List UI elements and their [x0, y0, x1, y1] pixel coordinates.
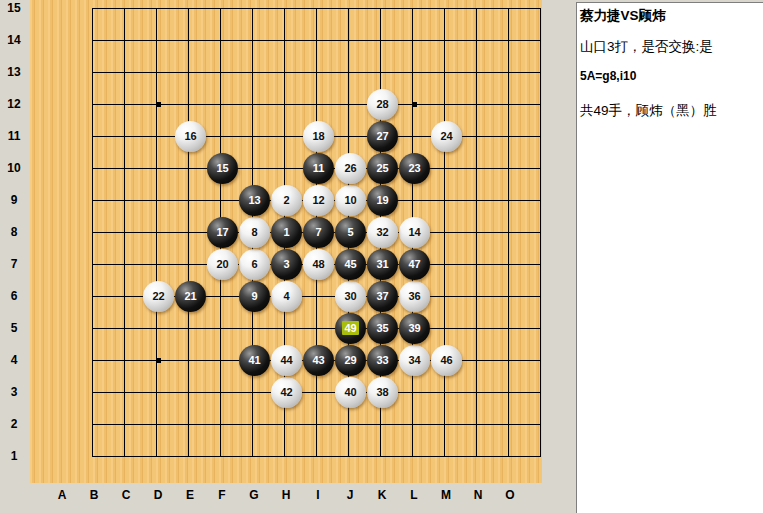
stone-25-k10: 25	[367, 153, 398, 184]
stone-number: 45	[344, 249, 356, 280]
row-label-14: 14	[0, 33, 28, 48]
row-label-15: 15	[0, 1, 28, 16]
star-point-d4	[156, 358, 161, 363]
row-label-6: 6	[0, 289, 28, 304]
stone-number: 5	[347, 217, 353, 248]
game-result: 共49手，顾炜（黑）胜	[580, 102, 761, 119]
opening-swap-info: 山口3打，是否交换:是	[580, 38, 761, 55]
stone-22-d6: 22	[143, 281, 174, 312]
stone-number: 4	[283, 281, 289, 312]
stone-17-f8: 17	[207, 217, 238, 248]
row-label-3: 3	[0, 385, 28, 400]
col-label-n: N	[467, 488, 489, 503]
col-label-m: M	[435, 488, 457, 503]
stone-28-k12: 28	[367, 89, 398, 120]
stone-7-i8: 7	[303, 217, 334, 248]
row-label-1: 1	[0, 449, 28, 464]
fifth-move-alternatives: 5A=g8,i10	[580, 68, 761, 85]
stone-40-j3: 40	[335, 377, 366, 408]
stone-number: 49	[342, 321, 358, 335]
row-label-13: 13	[0, 65, 28, 80]
row-label-7: 7	[0, 257, 28, 272]
row-label-10: 10	[0, 161, 28, 176]
stone-number: 31	[376, 249, 388, 280]
players-title: 蔡力捷VS顾炜	[580, 7, 761, 24]
stone-8-g8: 8	[239, 217, 270, 248]
stone-number: 1	[283, 217, 289, 248]
stone-36-l6: 36	[399, 281, 430, 312]
stone-number: 42	[280, 377, 292, 408]
star-point-l12	[412, 102, 417, 107]
col-label-l: L	[403, 488, 425, 503]
stone-number: 11	[313, 153, 325, 184]
stone-number: 20	[216, 249, 228, 280]
stone-number: 13	[248, 185, 260, 216]
stone-12-i9: 12	[303, 185, 334, 216]
stone-43-i4: 43	[303, 345, 334, 376]
stone-number: 37	[376, 281, 388, 312]
stone-number: 27	[376, 121, 388, 152]
stone-number: 9	[251, 281, 257, 312]
row-label-12: 12	[0, 97, 28, 112]
stone-14-l8: 14	[399, 217, 430, 248]
stone-number: 44	[280, 345, 292, 376]
stone-29-j4: 29	[335, 345, 366, 376]
stone-21-e6: 21	[175, 281, 206, 312]
col-label-o: O	[499, 488, 521, 503]
stone-number: 38	[376, 377, 388, 408]
stone-number: 15	[216, 153, 228, 184]
stone-3-h7: 3	[271, 249, 302, 280]
stone-number: 39	[408, 313, 420, 344]
col-label-i: I	[307, 488, 329, 503]
stone-33-k4: 33	[367, 345, 398, 376]
stone-27-k11: 27	[367, 121, 398, 152]
app-window: 1234567891011121314151617181920212223242…	[0, 0, 763, 513]
stone-4-h6: 4	[271, 281, 302, 312]
stone-number: 34	[408, 345, 420, 376]
stone-26-j10: 26	[335, 153, 366, 184]
stone-number: 14	[408, 217, 420, 248]
stone-2-h9: 2	[271, 185, 302, 216]
row-label-8: 8	[0, 225, 28, 240]
stone-number: 43	[312, 345, 324, 376]
stone-number: 46	[440, 345, 452, 376]
stone-number: 35	[376, 313, 388, 344]
stone-18-i11: 18	[303, 121, 334, 152]
col-label-f: F	[211, 488, 233, 503]
stone-number: 47	[408, 249, 420, 280]
stone-number: 33	[376, 345, 388, 376]
col-label-h: H	[275, 488, 297, 503]
stone-number: 30	[344, 281, 356, 312]
stone-number: 48	[312, 249, 324, 280]
stone-number: 10	[344, 185, 356, 216]
col-label-j: J	[339, 488, 361, 503]
stone-44-h4: 44	[271, 345, 302, 376]
stone-number: 19	[376, 185, 388, 216]
stone-15-f10: 15	[207, 153, 238, 184]
stone-number: 23	[408, 153, 420, 184]
stone-number: 32	[376, 217, 388, 248]
star-point-d12	[156, 102, 161, 107]
stone-19-k9: 19	[367, 185, 398, 216]
stone-47-l7: 47	[399, 249, 430, 280]
stone-16-e11: 16	[175, 121, 206, 152]
col-label-c: C	[115, 488, 137, 503]
stone-49-j5: 49	[335, 313, 366, 344]
stone-number: 8	[251, 217, 257, 248]
row-label-9: 9	[0, 193, 28, 208]
stone-11-i10: 11	[303, 153, 334, 184]
stone-number: 40	[344, 377, 356, 408]
game-info-panel: 蔡力捷VS顾炜 山口3打，是否交换:是 5A=g8,i10 共49手，顾炜（黑）…	[576, 2, 763, 513]
stone-number: 12	[312, 185, 324, 216]
stone-39-l5: 39	[399, 313, 430, 344]
stone-34-l4: 34	[399, 345, 430, 376]
stone-32-k8: 32	[367, 217, 398, 248]
stone-20-f7: 20	[207, 249, 238, 280]
stone-31-k7: 31	[367, 249, 398, 280]
row-label-11: 11	[0, 129, 28, 144]
stone-5-j8: 5	[335, 217, 366, 248]
stone-42-h3: 42	[271, 377, 302, 408]
stone-6-g7: 6	[239, 249, 270, 280]
stone-number: 28	[376, 89, 388, 120]
stone-number: 2	[283, 185, 289, 216]
stone-number: 36	[408, 281, 420, 312]
stone-46-m4: 46	[431, 345, 462, 376]
stone-number: 24	[440, 121, 452, 152]
stone-37-k6: 37	[367, 281, 398, 312]
stone-number: 29	[344, 345, 356, 376]
stone-number: 21	[184, 281, 196, 312]
stone-10-j9: 10	[335, 185, 366, 216]
stone-number: 17	[216, 217, 228, 248]
stone-23-l10: 23	[399, 153, 430, 184]
col-label-b: B	[83, 488, 105, 503]
stone-number: 7	[315, 217, 321, 248]
col-label-g: G	[243, 488, 265, 503]
row-label-2: 2	[0, 417, 28, 432]
stone-13-g9: 13	[239, 185, 270, 216]
stone-9-g6: 9	[239, 281, 270, 312]
stone-35-k5: 35	[367, 313, 398, 344]
stone-45-j7: 45	[335, 249, 366, 280]
row-label-4: 4	[0, 353, 28, 368]
stone-number: 41	[248, 345, 260, 376]
stone-24-m11: 24	[431, 121, 462, 152]
stone-38-k3: 38	[367, 377, 398, 408]
col-label-e: E	[179, 488, 201, 503]
col-label-k: K	[371, 488, 393, 503]
stone-41-g4: 41	[239, 345, 270, 376]
stone-number: 16	[184, 121, 196, 152]
stone-number: 25	[376, 153, 388, 184]
col-label-a: A	[51, 488, 73, 503]
stone-number: 18	[312, 121, 324, 152]
stone-number: 3	[283, 249, 289, 280]
stone-30-j6: 30	[335, 281, 366, 312]
stone-48-i7: 48	[303, 249, 334, 280]
row-label-5: 5	[0, 321, 28, 336]
stone-number: 22	[152, 281, 164, 312]
stone-number: 6	[251, 249, 257, 280]
stone-1-h8: 1	[271, 217, 302, 248]
stone-number: 26	[344, 153, 356, 184]
col-label-d: D	[147, 488, 169, 503]
